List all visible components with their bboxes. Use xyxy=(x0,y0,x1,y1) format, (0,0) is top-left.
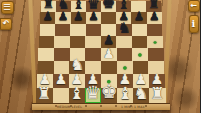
piece-white-bishop-f1[interactable]: ♝ xyxy=(118,85,133,102)
square-g6[interactable] xyxy=(132,24,147,36)
piece-white-king-e1[interactable]: ♚ xyxy=(101,83,118,102)
info-icon: i xyxy=(192,19,196,29)
piece-black-pawn-g7[interactable]: ♟ xyxy=(134,11,145,23)
piece-white-queen-d1[interactable]: ♛ xyxy=(85,83,101,101)
square-g5[interactable] xyxy=(132,36,148,48)
square-d6[interactable] xyxy=(86,24,101,36)
piece-white-bishop-c1[interactable]: ♝ xyxy=(69,85,84,102)
square-b5[interactable] xyxy=(54,36,70,48)
square-f4[interactable] xyxy=(117,48,133,61)
chess-app-screen: ♜♞♝♛♚♝♜♟♟♟♟♟♟♟♞♟♟♞♟♟♟♟♟♟♟♜♝♛♚♝♞♜ MEDIUM … xyxy=(0,0,200,113)
square-c5[interactable] xyxy=(70,36,86,48)
square-h6[interactable] xyxy=(147,24,162,36)
piece-white-pawn-e4[interactable]: ♟ xyxy=(103,47,115,60)
piece-black-king-e8[interactable]: ♚ xyxy=(102,0,115,11)
square-b1[interactable] xyxy=(53,88,69,103)
square-d5[interactable] xyxy=(85,36,101,48)
menu-button[interactable]: ☰ xyxy=(1,1,14,14)
move-hint-f3[interactable] xyxy=(123,67,126,70)
piece-white-pawn-b2[interactable]: ♟ xyxy=(55,73,67,87)
piece-black-pawn-c7[interactable]: ♟ xyxy=(73,11,84,23)
piece-black-pawn-h7[interactable]: ♟ xyxy=(149,11,160,23)
square-b6[interactable] xyxy=(55,24,70,36)
board-frame-bottom-rail: MEDIUM LEVEL 1 MIN / 1 MAX xyxy=(32,103,170,110)
back-arrow-icon: ← xyxy=(190,2,197,10)
hamburger-icon: ☰ xyxy=(3,3,11,12)
move-hint-g4[interactable] xyxy=(139,54,142,57)
square-a6[interactable] xyxy=(40,24,55,36)
piece-white-knight-g1[interactable]: ♞ xyxy=(134,85,149,102)
square-c6[interactable] xyxy=(70,24,85,36)
back-button[interactable]: ← xyxy=(188,0,201,12)
board-rank-4 xyxy=(38,48,163,61)
piece-black-knight-f6[interactable]: ♞ xyxy=(118,21,131,35)
board-rank-6 xyxy=(40,24,163,36)
square-a4[interactable] xyxy=(38,48,54,61)
undo-button[interactable]: ↶ xyxy=(0,18,12,30)
square-a5[interactable] xyxy=(39,36,55,48)
piece-white-rook-h1[interactable]: ♜ xyxy=(150,85,165,101)
difficulty-label: MEDIUM LEVEL xyxy=(57,106,82,109)
piece-white-rook-a1[interactable]: ♜ xyxy=(37,85,52,101)
square-h4[interactable] xyxy=(148,48,164,61)
piece-black-pawn-b7[interactable]: ♟ xyxy=(58,11,69,23)
square-e3[interactable] xyxy=(101,61,117,74)
chess-board: ♜♞♝♛♚♝♜♟♟♟♟♟♟♟♞♟♟♞♟♟♟♟♟♟♟♜♝♛♚♝♞♜ xyxy=(0,0,200,113)
piece-black-pawn-a7[interactable]: ♟ xyxy=(43,11,54,23)
time-mode-label: 1 MIN / 1 MAX xyxy=(121,106,145,109)
undo-arrow-icon: ↶ xyxy=(3,20,10,28)
piece-black-pawn-d7[interactable]: ♟ xyxy=(88,11,99,23)
move-hint-h5[interactable] xyxy=(154,41,157,44)
board-rank-5 xyxy=(39,36,163,48)
square-e7[interactable] xyxy=(101,12,116,24)
square-d4[interactable] xyxy=(85,48,101,61)
square-b4[interactable] xyxy=(54,48,70,61)
square-f5[interactable] xyxy=(116,36,132,48)
info-button[interactable]: i xyxy=(189,15,199,33)
